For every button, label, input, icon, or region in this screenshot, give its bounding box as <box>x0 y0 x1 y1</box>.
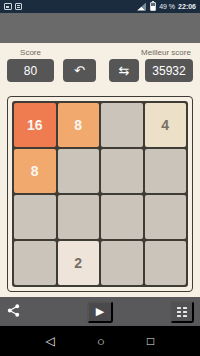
share-button[interactable] <box>6 303 21 321</box>
board-cell-empty <box>14 241 56 285</box>
cell-signal-icon <box>137 3 146 11</box>
swap-icon: ⇆ <box>119 63 130 78</box>
clock: 22:06 <box>178 3 196 10</box>
score-value: 80 <box>7 59 54 82</box>
board-cell-empty <box>14 195 56 239</box>
board-cell-empty <box>58 149 100 193</box>
battery-icon <box>150 2 156 11</box>
status-bar: 49 % 22:06 <box>0 0 200 13</box>
game-board[interactable]: 168482 <box>7 96 193 292</box>
board-cell-empty <box>58 195 100 239</box>
bottom-toolbar: ▶ <box>0 297 200 326</box>
undo-button[interactable]: ↶ <box>63 59 96 82</box>
board-cell-empty <box>145 195 187 239</box>
grid-menu-button[interactable] <box>170 301 194 323</box>
battery-percent: 49 % <box>159 3 175 10</box>
swap-button[interactable]: ⇆ <box>109 59 139 82</box>
undo-icon: ↶ <box>74 63 85 78</box>
board-grid: 168482 <box>12 101 188 287</box>
play-button[interactable]: ▶ <box>87 301 113 323</box>
board-cell-empty <box>145 241 187 285</box>
android-nav-bar: ◁ ○ □ <box>0 326 200 356</box>
grid-menu-icon <box>177 307 187 317</box>
best-score-value: 35932 <box>145 59 193 82</box>
nav-recents-icon[interactable]: □ <box>147 335 154 347</box>
nav-back-icon[interactable]: ◁ <box>46 335 55 347</box>
screenshot-notification-icon <box>4 3 12 10</box>
tile-8: 8 <box>58 103 100 147</box>
ad-banner-area <box>0 13 200 43</box>
score-label: Score <box>7 47 54 58</box>
play-icon: ▶ <box>96 306 104 317</box>
app-notification-icon <box>15 3 22 10</box>
game-screen: Score Meilleur score 80 ↶ ⇆ 35932 168482 <box>0 43 200 297</box>
board-cell-empty <box>101 149 143 193</box>
nav-home-icon[interactable]: ○ <box>97 335 105 348</box>
tile-4: 4 <box>145 103 187 147</box>
tile-16: 16 <box>14 103 56 147</box>
tile-2: 2 <box>58 241 100 285</box>
tile-8: 8 <box>14 149 56 193</box>
board-cell-empty <box>101 241 143 285</box>
board-cell-empty <box>101 103 143 147</box>
best-score-label: Meilleur score <box>139 47 193 58</box>
board-cell-empty <box>145 149 187 193</box>
share-icon <box>6 303 21 318</box>
board-cell-empty <box>101 195 143 239</box>
